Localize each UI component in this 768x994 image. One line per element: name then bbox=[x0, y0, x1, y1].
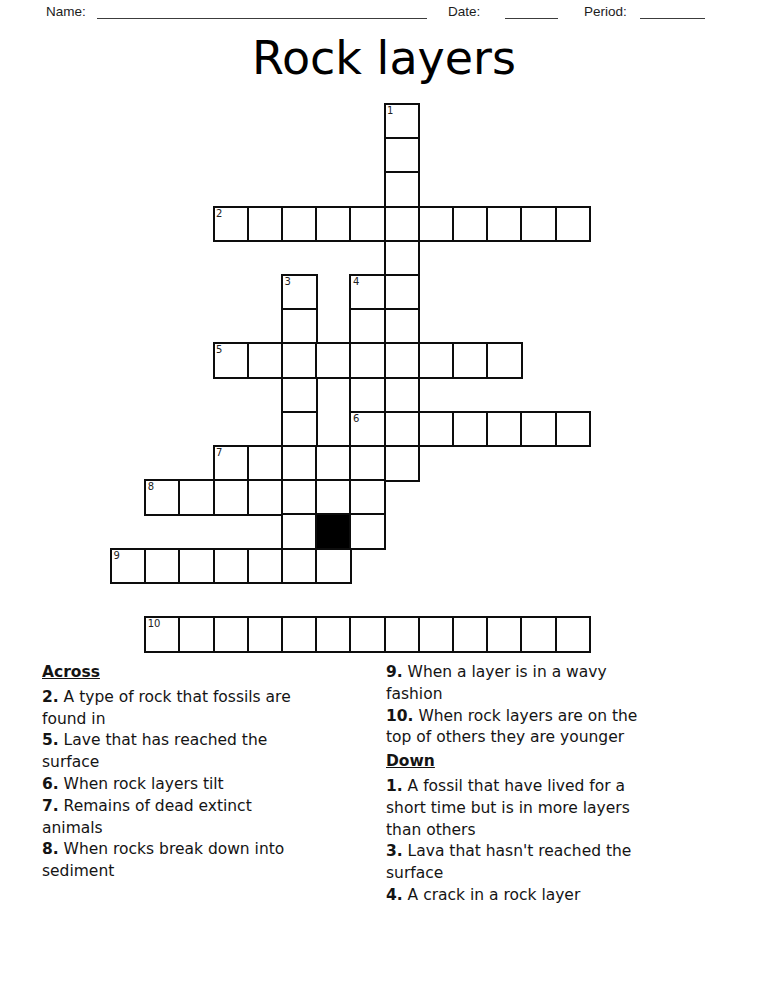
clue-number: 3. bbox=[386, 842, 403, 860]
cell-number-7: 7 bbox=[216, 448, 222, 458]
clue-number: 1. bbox=[386, 777, 403, 795]
cell-number-2: 2 bbox=[216, 209, 222, 219]
crossword-cell[interactable] bbox=[349, 513, 386, 550]
crossword-cell[interactable] bbox=[349, 377, 386, 414]
crossword-cell[interactable] bbox=[247, 479, 284, 516]
clue-number: 7. bbox=[42, 797, 59, 815]
across-heading: Across bbox=[42, 662, 382, 684]
crossword-cell[interactable] bbox=[281, 377, 318, 414]
down-clue-3: 3. Lava that hasn't reached the surface bbox=[386, 841, 726, 885]
crossword-cell[interactable] bbox=[384, 342, 421, 379]
crossword-cell[interactable] bbox=[452, 206, 489, 243]
clue-number: 8. bbox=[42, 840, 59, 858]
crossword-cell[interactable] bbox=[178, 548, 215, 585]
crossword-cell[interactable] bbox=[555, 616, 592, 653]
across-clue-8: 8. When rocks break down into sediment bbox=[42, 839, 382, 883]
crossword-cell[interactable] bbox=[213, 479, 250, 516]
crossword-cell[interactable] bbox=[486, 206, 523, 243]
crossword-cell[interactable] bbox=[315, 342, 352, 379]
crossword-cell[interactable] bbox=[281, 513, 318, 550]
crossword-cell[interactable] bbox=[418, 616, 455, 653]
clues-right-column: 9. When a layer is in a wavy fashion10. … bbox=[386, 662, 726, 907]
clue-number: 10. bbox=[386, 707, 413, 725]
crossword-cell[interactable] bbox=[555, 411, 592, 448]
clues-left-column: Across2. A type of rock that fossils are… bbox=[42, 662, 382, 883]
across-clue-9: 9. When a layer is in a wavy fashion bbox=[386, 662, 726, 706]
crossword-cell[interactable] bbox=[384, 308, 421, 345]
crossword-grid: 12345678910 bbox=[0, 0, 768, 660]
crossword-cell[interactable] bbox=[281, 308, 318, 345]
cell-number-8: 8 bbox=[148, 482, 154, 492]
crossword-cell[interactable] bbox=[178, 479, 215, 516]
crossword-cell[interactable] bbox=[555, 206, 592, 243]
crossword-cell[interactable] bbox=[486, 342, 523, 379]
crossword-cell[interactable] bbox=[349, 308, 386, 345]
crossword-cell[interactable] bbox=[247, 548, 284, 585]
crossword-cell[interactable] bbox=[349, 342, 386, 379]
crossword-cell[interactable] bbox=[315, 479, 352, 516]
crossword-cell[interactable] bbox=[281, 342, 318, 379]
crossword-cell[interactable] bbox=[178, 616, 215, 653]
crossword-cell[interactable] bbox=[315, 206, 352, 243]
crossword-cell[interactable] bbox=[384, 445, 421, 482]
crossword-cell[interactable] bbox=[349, 616, 386, 653]
down-clue-4: 4. A crack in a rock layer bbox=[386, 885, 726, 907]
crossword-cell[interactable] bbox=[281, 616, 318, 653]
crossword-cell[interactable] bbox=[247, 206, 284, 243]
crossword-cell[interactable] bbox=[520, 206, 557, 243]
crossword-cell[interactable] bbox=[349, 206, 386, 243]
cell-number-5: 5 bbox=[216, 345, 222, 355]
down-heading: Down bbox=[386, 751, 726, 773]
crossword-cell[interactable] bbox=[315, 548, 352, 585]
crossword-cell[interactable] bbox=[418, 342, 455, 379]
crossword-cell[interactable] bbox=[349, 445, 386, 482]
crossword-cell[interactable] bbox=[520, 616, 557, 653]
crossword-cell[interactable] bbox=[418, 411, 455, 448]
crossword-cell[interactable] bbox=[281, 548, 318, 585]
crossword-cell[interactable] bbox=[384, 411, 421, 448]
cell-number-10: 10 bbox=[148, 619, 161, 629]
cell-number-4: 4 bbox=[353, 277, 359, 287]
crossword-cell[interactable] bbox=[384, 171, 421, 208]
crossword-cell[interactable] bbox=[452, 342, 489, 379]
cell-number-6: 6 bbox=[353, 414, 359, 424]
crossword-cell[interactable] bbox=[486, 411, 523, 448]
crossword-cell[interactable] bbox=[247, 616, 284, 653]
crossword-cell[interactable] bbox=[384, 616, 421, 653]
crossword-cell[interactable] bbox=[213, 616, 250, 653]
cell-number-9: 9 bbox=[114, 551, 120, 561]
crossword-cell[interactable] bbox=[520, 411, 557, 448]
crossword-cell[interactable] bbox=[247, 445, 284, 482]
crossword-cell[interactable] bbox=[281, 479, 318, 516]
worksheet-page: Name: Date: Period: Rock layers 12345678… bbox=[0, 0, 768, 994]
crossword-cell[interactable] bbox=[384, 240, 421, 277]
crossword-cell[interactable] bbox=[213, 548, 250, 585]
crossword-cell[interactable] bbox=[384, 206, 421, 243]
crossword-cell[interactable] bbox=[452, 411, 489, 448]
crossword-cell[interactable] bbox=[281, 445, 318, 482]
crossword-cell[interactable] bbox=[315, 616, 352, 653]
cell-number-3: 3 bbox=[285, 277, 291, 287]
crossword-cell[interactable] bbox=[384, 274, 421, 311]
clue-number: 4. bbox=[386, 886, 403, 904]
across-clue-2: 2. A type of rock that fossils are found… bbox=[42, 687, 382, 731]
across-clue-6: 6. When rock layers tilt bbox=[42, 774, 382, 796]
across-clue-10: 10. When rock layers are on the top of o… bbox=[386, 706, 726, 750]
crossword-cell[interactable] bbox=[281, 411, 318, 448]
crossword-cell[interactable] bbox=[452, 616, 489, 653]
clue-number: 9. bbox=[386, 663, 403, 681]
blocked-cell bbox=[315, 513, 352, 550]
cell-number-1: 1 bbox=[387, 106, 393, 116]
across-clue-5: 5. Lave that has reached the surface bbox=[42, 730, 382, 774]
crossword-cell[interactable] bbox=[418, 206, 455, 243]
down-clue-1: 1. A fossil that have lived for a short … bbox=[386, 776, 726, 841]
across-clue-7: 7. Remains of dead extinct animals bbox=[42, 796, 382, 840]
clue-number: 2. bbox=[42, 688, 59, 706]
clue-number: 6. bbox=[42, 775, 59, 793]
crossword-cell[interactable] bbox=[144, 548, 181, 585]
crossword-cell[interactable] bbox=[281, 206, 318, 243]
crossword-cell[interactable] bbox=[247, 342, 284, 379]
crossword-cell[interactable] bbox=[384, 377, 421, 414]
crossword-cell[interactable] bbox=[384, 137, 421, 174]
crossword-cell[interactable] bbox=[349, 479, 386, 516]
clue-number: 5. bbox=[42, 731, 59, 749]
crossword-cell[interactable] bbox=[315, 445, 352, 482]
crossword-cell[interactable] bbox=[486, 616, 523, 653]
